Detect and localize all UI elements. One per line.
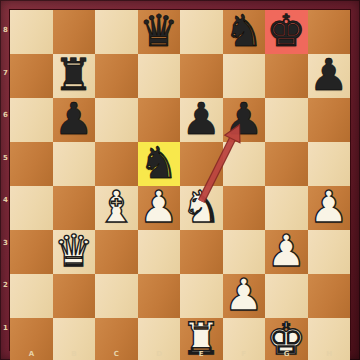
square-c7[interactable] — [95, 54, 138, 98]
square-e6[interactable]: ♟ — [180, 98, 223, 142]
square-f2[interactable]: ♟ — [223, 274, 266, 318]
square-b2[interactable] — [53, 274, 96, 318]
square-c8[interactable] — [95, 10, 138, 54]
black-pawn-e6[interactable]: ♟ — [182, 97, 221, 141]
square-g8[interactable]: ♚ — [265, 10, 308, 54]
square-d7[interactable] — [138, 54, 181, 98]
black-rook-b7[interactable]: ♜ — [54, 53, 93, 97]
square-a5[interactable] — [10, 142, 53, 186]
rank-label-2: 2 — [3, 282, 8, 289]
square-c3[interactable] — [95, 230, 138, 274]
square-h6[interactable] — [308, 98, 351, 142]
file-label-a: A — [29, 351, 34, 358]
square-e4[interactable]: ♞ — [180, 186, 223, 230]
square-d5[interactable]: ♞ — [138, 142, 181, 186]
square-f4[interactable] — [223, 186, 266, 230]
black-knight-f8[interactable]: ♞ — [224, 9, 263, 53]
rank-label-3: 3 — [3, 240, 8, 247]
square-g4[interactable] — [265, 186, 308, 230]
square-c6[interactable] — [95, 98, 138, 142]
square-e7[interactable] — [180, 54, 223, 98]
square-e5[interactable] — [180, 142, 223, 186]
white-pawn-d4[interactable]: ♟ — [139, 185, 178, 229]
square-b7[interactable]: ♜ — [53, 54, 96, 98]
square-c5[interactable] — [95, 142, 138, 186]
file-label-b: B — [71, 351, 76, 358]
black-pawn-h7[interactable]: ♟ — [309, 53, 348, 97]
square-d6[interactable] — [138, 98, 181, 142]
white-pawn-g3[interactable]: ♟ — [267, 229, 306, 273]
square-g2[interactable] — [265, 274, 308, 318]
rank-label-6: 6 — [3, 112, 8, 119]
square-h7[interactable]: ♟ — [308, 54, 351, 98]
white-pawn-f2[interactable]: ♟ — [224, 273, 263, 317]
rank-label-5: 5 — [3, 155, 8, 162]
square-a6[interactable] — [10, 98, 53, 142]
white-pawn-h4[interactable]: ♟ — [309, 185, 348, 229]
square-f5[interactable] — [223, 142, 266, 186]
square-g7[interactable] — [265, 54, 308, 98]
square-g3[interactable]: ♟ — [265, 230, 308, 274]
black-queen-d8[interactable]: ♛ — [139, 9, 178, 53]
white-knight-e4[interactable]: ♞ — [182, 185, 221, 229]
square-b5[interactable] — [53, 142, 96, 186]
rank-label-4: 4 — [3, 197, 8, 204]
rank-label-8: 8 — [3, 27, 8, 34]
square-h3[interactable] — [308, 230, 351, 274]
square-f8[interactable]: ♞ — [223, 10, 266, 54]
square-h5[interactable] — [308, 142, 351, 186]
square-h2[interactable] — [308, 274, 351, 318]
square-e2[interactable] — [180, 274, 223, 318]
square-d8[interactable]: ♛ — [138, 10, 181, 54]
square-d2[interactable] — [138, 274, 181, 318]
square-g5[interactable] — [265, 142, 308, 186]
square-d3[interactable] — [138, 230, 181, 274]
square-a3[interactable] — [10, 230, 53, 274]
white-queen-b3[interactable]: ♛ — [54, 229, 93, 273]
chess-board: ♛♞♚♜♟♟♟♟♞♝♟♞♟♛♟♟♜♚ — [10, 10, 350, 350]
square-c4[interactable]: ♝ — [95, 186, 138, 230]
file-label-c: C — [114, 351, 119, 358]
file-label-h: H — [326, 351, 332, 358]
square-h8[interactable] — [308, 10, 351, 54]
black-pawn-f6[interactable]: ♟ — [224, 97, 263, 141]
square-a4[interactable] — [10, 186, 53, 230]
square-g6[interactable] — [265, 98, 308, 142]
square-f7[interactable] — [223, 54, 266, 98]
square-b6[interactable]: ♟ — [53, 98, 96, 142]
file-label-e: E — [199, 351, 204, 358]
black-king-g8[interactable]: ♚ — [267, 9, 306, 53]
rank-label-7: 7 — [3, 70, 8, 77]
rank-label-1: 1 — [3, 325, 8, 332]
file-label-g: G — [284, 351, 290, 358]
square-b8[interactable] — [53, 10, 96, 54]
square-d4[interactable]: ♟ — [138, 186, 181, 230]
square-a7[interactable] — [10, 54, 53, 98]
square-a2[interactable] — [10, 274, 53, 318]
file-label-f: F — [241, 351, 246, 358]
square-c2[interactable] — [95, 274, 138, 318]
square-b4[interactable] — [53, 186, 96, 230]
white-bishop-c4[interactable]: ♝ — [97, 185, 136, 229]
square-e3[interactable] — [180, 230, 223, 274]
black-knight-d5[interactable]: ♞ — [139, 141, 178, 185]
chess-board-frame: ♛♞♚♜♟♟♟♟♞♝♟♞♟♛♟♟♜♚ 87654321 ABCDEFGH — [0, 0, 360, 360]
square-a8[interactable] — [10, 10, 53, 54]
square-f3[interactable] — [223, 230, 266, 274]
square-e8[interactable] — [180, 10, 223, 54]
black-pawn-b6[interactable]: ♟ — [54, 97, 93, 141]
file-label-d: D — [156, 351, 162, 358]
square-b3[interactable]: ♛ — [53, 230, 96, 274]
square-h4[interactable]: ♟ — [308, 186, 351, 230]
square-f6[interactable]: ♟ — [223, 98, 266, 142]
